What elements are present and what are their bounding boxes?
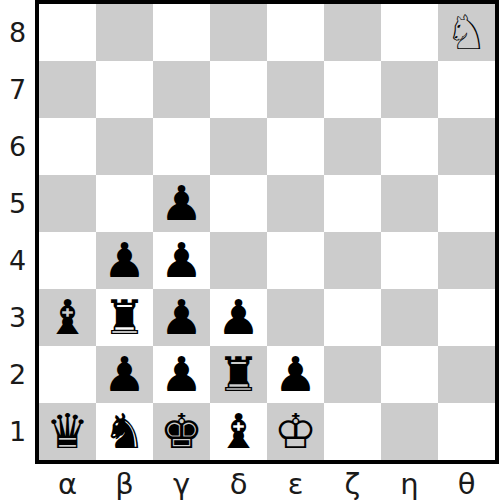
square-α1[interactable]: ♛	[39, 403, 96, 460]
square-α8[interactable]	[39, 4, 96, 61]
rank-labels: 87654321	[0, 0, 35, 464]
file-label-ζ: ζ	[324, 464, 381, 502]
square-θ4[interactable]	[438, 232, 495, 289]
square-η2[interactable]	[381, 346, 438, 403]
file-labels: αβγδεζηθ	[35, 464, 499, 502]
piece-black-bishop: ♝	[46, 293, 89, 341]
square-β5[interactable]	[96, 175, 153, 232]
rank-label-1: 1	[0, 403, 35, 460]
square-θ8[interactable]: ♘	[438, 4, 495, 61]
file-label-δ: δ	[210, 464, 267, 502]
piece-black-pawn: ♟	[103, 236, 146, 284]
file-label-α: α	[39, 464, 96, 502]
square-θ2[interactable]	[438, 346, 495, 403]
chess-board: ♘♟♟♟♝♜♟♟♟♟♜♟♛♞♚♝♔	[35, 0, 499, 464]
piece-black-rook: ♜	[217, 350, 260, 398]
square-ζ2[interactable]	[324, 346, 381, 403]
square-ε1[interactable]: ♔	[267, 403, 324, 460]
piece-black-pawn: ♟	[160, 179, 203, 227]
square-γ4[interactable]: ♟	[153, 232, 210, 289]
square-ζ8[interactable]	[324, 4, 381, 61]
square-δ5[interactable]	[210, 175, 267, 232]
square-β3[interactable]: ♜	[96, 289, 153, 346]
square-δ2[interactable]: ♜	[210, 346, 267, 403]
piece-black-queen: ♛	[46, 407, 89, 455]
rank-label-4: 4	[0, 232, 35, 289]
piece-black-pawn: ♟	[160, 293, 203, 341]
square-β7[interactable]	[96, 61, 153, 118]
square-α3[interactable]: ♝	[39, 289, 96, 346]
square-γ2[interactable]: ♟	[153, 346, 210, 403]
square-η7[interactable]	[381, 61, 438, 118]
square-δ6[interactable]	[210, 118, 267, 175]
square-α2[interactable]	[39, 346, 96, 403]
rank-label-5: 5	[0, 175, 35, 232]
square-η4[interactable]	[381, 232, 438, 289]
square-δ3[interactable]: ♟	[210, 289, 267, 346]
square-β4[interactable]: ♟	[96, 232, 153, 289]
piece-black-knight: ♞	[103, 407, 146, 455]
square-ε7[interactable]	[267, 61, 324, 118]
square-η5[interactable]	[381, 175, 438, 232]
square-δ1[interactable]: ♝	[210, 403, 267, 460]
chess-diagram: 87654321 ♘♟♟♟♝♜♟♟♟♟♜♟♛♞♚♝♔ αβγδεζηθ	[0, 0, 499, 502]
piece-white-king: ♔	[274, 407, 317, 455]
square-ζ4[interactable]	[324, 232, 381, 289]
piece-black-pawn: ♟	[274, 350, 317, 398]
square-ζ6[interactable]	[324, 118, 381, 175]
square-ε8[interactable]	[267, 4, 324, 61]
square-ζ5[interactable]	[324, 175, 381, 232]
piece-white-knight: ♘	[445, 8, 488, 56]
square-ζ3[interactable]	[324, 289, 381, 346]
square-γ1[interactable]: ♚	[153, 403, 210, 460]
rank-label-6: 6	[0, 118, 35, 175]
square-β6[interactable]	[96, 118, 153, 175]
piece-black-pawn: ♟	[217, 293, 260, 341]
square-β8[interactable]	[96, 4, 153, 61]
square-δ8[interactable]	[210, 4, 267, 61]
file-label-ε: ε	[267, 464, 324, 502]
piece-black-pawn: ♟	[160, 236, 203, 284]
file-label-γ: γ	[153, 464, 210, 502]
rank-label-2: 2	[0, 346, 35, 403]
file-label-β: β	[96, 464, 153, 502]
square-γ8[interactable]	[153, 4, 210, 61]
square-ε4[interactable]	[267, 232, 324, 289]
piece-black-pawn: ♟	[103, 350, 146, 398]
square-γ5[interactable]: ♟	[153, 175, 210, 232]
square-ε5[interactable]	[267, 175, 324, 232]
piece-black-king: ♚	[160, 407, 203, 455]
square-θ3[interactable]	[438, 289, 495, 346]
rank-label-3: 3	[0, 289, 35, 346]
file-label-η: η	[381, 464, 438, 502]
square-γ7[interactable]	[153, 61, 210, 118]
square-β2[interactable]: ♟	[96, 346, 153, 403]
square-ε6[interactable]	[267, 118, 324, 175]
square-θ7[interactable]	[438, 61, 495, 118]
square-ζ7[interactable]	[324, 61, 381, 118]
square-θ1[interactable]	[438, 403, 495, 460]
square-α4[interactable]	[39, 232, 96, 289]
rank-label-8: 8	[0, 4, 35, 61]
square-ε2[interactable]: ♟	[267, 346, 324, 403]
square-δ4[interactable]	[210, 232, 267, 289]
square-θ5[interactable]	[438, 175, 495, 232]
square-θ6[interactable]	[438, 118, 495, 175]
piece-black-bishop: ♝	[217, 407, 260, 455]
square-α7[interactable]	[39, 61, 96, 118]
square-β1[interactable]: ♞	[96, 403, 153, 460]
square-η6[interactable]	[381, 118, 438, 175]
square-η1[interactable]	[381, 403, 438, 460]
square-α6[interactable]	[39, 118, 96, 175]
piece-black-pawn: ♟	[160, 350, 203, 398]
file-label-θ: θ	[438, 464, 495, 502]
piece-black-rook: ♜	[103, 293, 146, 341]
square-α5[interactable]	[39, 175, 96, 232]
square-ε3[interactable]	[267, 289, 324, 346]
square-δ7[interactable]	[210, 61, 267, 118]
square-γ3[interactable]: ♟	[153, 289, 210, 346]
square-η3[interactable]	[381, 289, 438, 346]
square-ζ1[interactable]	[324, 403, 381, 460]
square-η8[interactable]	[381, 4, 438, 61]
square-γ6[interactable]	[153, 118, 210, 175]
rank-label-7: 7	[0, 61, 35, 118]
